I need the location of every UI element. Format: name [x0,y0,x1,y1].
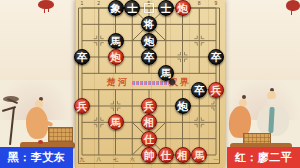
black-player-banner: 黑：李艾东 [0,147,73,168]
piece-red-horse[interactable]: 馬 [191,147,207,163]
bowl-icon [38,140,43,144]
piece-red-soldier[interactable]: 兵 [141,98,157,114]
piece-red-cannon[interactable]: 炮 [108,49,124,65]
piece-black-soldier[interactable]: 卒 [208,49,224,65]
piece-black-horse[interactable]: 馬 [158,65,174,81]
black-player-name: 黑：李艾东 [8,150,66,165]
red-ornament-top-right [286,0,300,11]
red-player-banner: 红：廖二平 [227,147,300,168]
file-label-bottom-4: 六 [126,156,138,163]
file-label-top-2: 2 [93,0,105,7]
xiangqi-board[interactable]: 123456789 九八七六五四三二一 楚河 汉界 象士士炮将馬炮卒炮卒卒馬卒兵… [75,0,225,168]
last-move-origin-marker [144,3,154,13]
piece-black-advisor[interactable]: 士 [124,0,140,16]
ornament-tassel [291,10,292,15]
piece-red-horse[interactable]: 馬 [108,114,124,130]
file-label-bottom-3: 七 [110,156,122,163]
go-table-left [48,127,73,142]
xiangqi-app: 123456789 九八七六五四三二一 楚河 汉界 象士士炮将馬炮卒炮卒卒馬卒兵… [0,0,300,168]
piece-red-elephant[interactable]: 相 [175,147,191,163]
piece-red-general[interactable]: 帥 [141,147,157,163]
piece-red-advisor[interactable]: 仕 [141,131,157,147]
ornament-tassel [44,8,45,13]
ornament-tassel [48,8,49,12]
file-label-bottom-1: 九 [76,156,88,163]
river-watermark [132,81,169,85]
file-label-bottom-2: 八 [93,156,105,163]
piece-black-elephant[interactable]: 象 [108,0,124,16]
file-label-top-9: 9 [210,0,222,7]
piece-red-soldier[interactable]: 兵 [208,82,224,98]
piece-black-soldier[interactable]: 卒 [191,82,207,98]
file-label-top-8: 8 [193,0,205,7]
piece-black-advisor[interactable]: 士 [158,0,174,16]
piece-black-cannon[interactable]: 炮 [175,98,191,114]
piece-black-horse[interactable]: 馬 [108,33,124,49]
river-label-left: 楚河 [101,75,135,89]
piece-black-soldier[interactable]: 卒 [141,49,157,65]
piece-red-cannon[interactable]: 炮 [175,0,191,16]
piece-red-advisor[interactable]: 仕 [158,147,174,163]
left-scene-decoration [0,0,75,168]
piece-black-soldier[interactable]: 卒 [74,49,90,65]
piece-black-cannon[interactable]: 炮 [141,33,157,49]
red-player-name: 红：廖二平 [235,150,293,165]
right-scene-decoration [225,0,300,168]
file-label-bottom-9: 一 [210,156,222,163]
red-ornament-top-left [38,0,54,9]
piece-red-soldier[interactable]: 兵 [74,98,90,114]
file-label-top-1: 1 [76,0,88,7]
